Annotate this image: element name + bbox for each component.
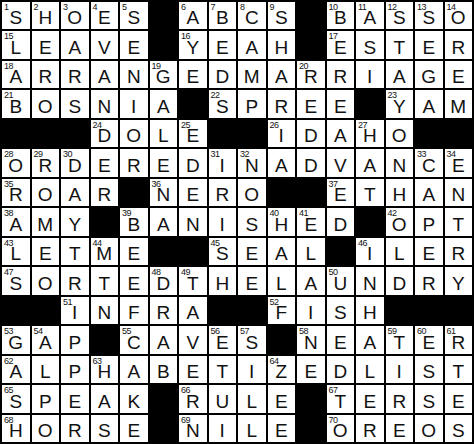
cell-r5c4[interactable]: 24D xyxy=(91,120,119,147)
cell-r1c13[interactable]: 11A xyxy=(356,2,384,29)
cell-r7c7[interactable]: E xyxy=(179,179,207,206)
cell-r8c5[interactable]: 39B xyxy=(120,208,148,235)
cell-r7c13[interactable]: T xyxy=(356,179,384,206)
cell-letter: Y xyxy=(386,97,414,116)
cell-letter: P xyxy=(61,333,89,352)
cell-letter: T xyxy=(445,362,473,381)
cell-r6c10[interactable]: A xyxy=(268,149,296,176)
cell-r2c5[interactable]: E xyxy=(120,31,148,58)
cell-r7c14[interactable]: H xyxy=(386,179,414,206)
cell-letter: V xyxy=(327,156,355,175)
cell-r5c14[interactable]: O xyxy=(386,120,414,147)
cell-r12c5[interactable]: 55C xyxy=(120,326,148,353)
block-cell-r2c11 xyxy=(297,31,325,58)
cell-r6c4[interactable]: E xyxy=(91,149,119,176)
cell-r10c12[interactable]: 50U xyxy=(327,267,355,294)
cell-letter: E xyxy=(415,38,443,57)
cell-r4c1[interactable]: 21B xyxy=(2,90,30,117)
cell-r7c2[interactable]: O xyxy=(32,179,60,206)
cell-r10c15[interactable]: R xyxy=(415,267,443,294)
cell-letter: O xyxy=(32,421,60,440)
cell-letter: S xyxy=(209,97,237,116)
cell-r1c2[interactable]: 2H xyxy=(32,2,60,29)
cell-r15c8[interactable]: I xyxy=(209,415,237,442)
cell-letter: R xyxy=(327,67,355,86)
cell-letter: E xyxy=(327,185,355,204)
cell-letter: T xyxy=(179,274,207,293)
cell-r14c8[interactable]: U xyxy=(209,385,237,412)
cell-r4c12[interactable]: E xyxy=(327,90,355,117)
cell-r11c11[interactable]: I xyxy=(297,297,325,324)
cell-letter: I xyxy=(386,362,414,381)
cell-r2c8[interactable]: E xyxy=(209,31,237,58)
cell-r13c6[interactable]: B xyxy=(150,356,178,383)
cell-letter: A xyxy=(2,67,30,86)
cell-r1c7[interactable]: 6A xyxy=(179,2,207,29)
cell-r10c11[interactable]: A xyxy=(297,267,325,294)
cell-r11c3[interactable]: 51I xyxy=(61,297,89,324)
cell-r8c3[interactable]: Y xyxy=(61,208,89,235)
cell-r2c13[interactable]: S xyxy=(356,31,384,58)
cell-letter: A xyxy=(268,67,296,86)
cell-r6c12[interactable]: V xyxy=(327,149,355,176)
cell-r11c12[interactable]: S xyxy=(327,297,355,324)
cell-r7c12[interactable]: 37E xyxy=(327,179,355,206)
cell-letter: N xyxy=(91,303,119,322)
cell-letter: P xyxy=(61,362,89,381)
cell-r14c9[interactable]: L xyxy=(238,385,266,412)
cell-letter: I xyxy=(209,421,237,440)
cell-r3c10[interactable]: A xyxy=(268,61,296,88)
cell-letter: V xyxy=(91,38,119,57)
cell-r13c5[interactable]: A xyxy=(120,356,148,383)
cell-r1c4[interactable]: 4E xyxy=(91,2,119,29)
cell-r12c1[interactable]: 53G xyxy=(2,326,30,353)
cell-letter: D xyxy=(327,215,355,234)
cell-r15c14[interactable]: E xyxy=(386,415,414,442)
cell-r11c10[interactable]: 52F xyxy=(268,297,296,324)
cell-r8c14[interactable]: 42O xyxy=(386,208,414,235)
cell-r6c1[interactable]: 28O xyxy=(2,149,30,176)
cell-r9c3[interactable]: T xyxy=(61,238,89,265)
cell-r10c1[interactable]: 47S xyxy=(2,267,30,294)
cell-letter: A xyxy=(268,244,296,263)
cell-letter: R xyxy=(2,185,30,204)
cell-letter: S xyxy=(327,303,355,322)
cell-r3c3[interactable]: R xyxy=(61,61,89,88)
cell-r4c5[interactable]: I xyxy=(120,90,148,117)
cell-r4c9[interactable]: P xyxy=(238,90,266,117)
cell-r7c3[interactable]: A xyxy=(61,179,89,206)
block-cell-r15c11 xyxy=(297,415,325,442)
cell-letter: T xyxy=(386,333,414,352)
cell-r2c10[interactable]: H xyxy=(268,31,296,58)
cell-r9c9[interactable]: E xyxy=(238,238,266,265)
cell-r13c12[interactable]: D xyxy=(327,356,355,383)
cell-r1c5[interactable]: 5S xyxy=(120,2,148,29)
cell-letter: E xyxy=(32,244,60,263)
cell-r15c9[interactable]: L xyxy=(238,415,266,442)
cell-r12c14[interactable]: 59T xyxy=(386,326,414,353)
cell-letter: M xyxy=(32,215,60,234)
cell-r15c15[interactable]: O xyxy=(415,415,443,442)
cell-r2c16[interactable]: R xyxy=(445,31,473,58)
cell-r14c15[interactable]: S xyxy=(415,385,443,412)
cell-letter: M xyxy=(91,244,119,263)
cell-r3c14[interactable]: A xyxy=(386,61,414,88)
cell-r13c2[interactable]: L xyxy=(32,356,60,383)
cell-letter: G xyxy=(150,67,178,86)
cell-r8c2[interactable]: M xyxy=(32,208,60,235)
cell-r4c2[interactable]: O xyxy=(32,90,60,117)
cell-r9c14[interactable]: L xyxy=(386,238,414,265)
cell-letter: R xyxy=(91,185,119,204)
cell-r13c14[interactable]: I xyxy=(386,356,414,383)
cell-r14c10[interactable]: E xyxy=(268,385,296,412)
cell-r2c12[interactable]: 17E xyxy=(327,31,355,58)
cell-r14c5[interactable]: K xyxy=(120,385,148,412)
cell-r9c1[interactable]: 43L xyxy=(2,238,30,265)
cell-r4c14[interactable]: 23Y xyxy=(386,90,414,117)
cell-r2c4[interactable]: V xyxy=(91,31,119,58)
cell-r3c7[interactable]: E xyxy=(179,61,207,88)
cell-r13c1[interactable]: 62A xyxy=(2,356,30,383)
block-cell-r2c6 xyxy=(150,31,178,58)
cell-r8c10[interactable]: 40H xyxy=(268,208,296,235)
cell-r13c11[interactable]: E xyxy=(297,356,325,383)
cell-r7c15[interactable]: A xyxy=(415,179,443,206)
cell-r6c16[interactable]: 34E xyxy=(445,149,473,176)
cell-r14c7[interactable]: 66R xyxy=(179,385,207,412)
cell-r13c7[interactable]: E xyxy=(179,356,207,383)
cell-r4c11[interactable]: E xyxy=(297,90,325,117)
cell-letter: R xyxy=(445,38,473,57)
cell-letter: I xyxy=(238,362,266,381)
cell-r8c12[interactable]: D xyxy=(327,208,355,235)
cell-letter: R xyxy=(209,185,237,204)
cell-r3c6[interactable]: 19G xyxy=(150,61,178,88)
cell-r15c1[interactable]: 68H xyxy=(2,415,30,442)
cell-letter: L xyxy=(268,274,296,293)
cell-letter: A xyxy=(179,8,207,27)
cell-r7c16[interactable]: N xyxy=(445,179,473,206)
cell-r13c8[interactable]: T xyxy=(209,356,237,383)
cell-r5c13[interactable]: 27H xyxy=(356,120,384,147)
cell-r7c6[interactable]: 36N xyxy=(150,179,178,206)
cell-r8c8[interactable]: I xyxy=(209,208,237,235)
cell-r10c14[interactable]: D xyxy=(386,267,414,294)
cell-r3c2[interactable]: R xyxy=(32,61,60,88)
cell-r4c6[interactable]: A xyxy=(150,90,178,117)
block-cell-r8c13 xyxy=(356,208,384,235)
cell-r6c14[interactable]: N xyxy=(386,149,414,176)
cell-letter: E xyxy=(179,67,207,86)
cell-r2c15[interactable]: E xyxy=(415,31,443,58)
cell-r15c5[interactable]: E xyxy=(120,415,148,442)
cell-r5c10[interactable]: 26I xyxy=(268,120,296,147)
cell-r11c5[interactable]: F xyxy=(120,297,148,324)
cell-r9c4[interactable]: 44M xyxy=(91,238,119,265)
cell-r10c3[interactable]: R xyxy=(61,267,89,294)
cell-r3c13[interactable]: I xyxy=(356,61,384,88)
cell-letter: B xyxy=(2,97,30,116)
cell-r6c11[interactable]: D xyxy=(297,149,325,176)
cell-letter: T xyxy=(61,244,89,263)
cell-r12c7[interactable]: V xyxy=(179,326,207,353)
cell-r1c12[interactable]: 10B xyxy=(327,2,355,29)
cell-letter: N xyxy=(150,185,178,204)
cell-r3c5[interactable]: N xyxy=(120,61,148,88)
cell-r2c7[interactable]: 16Y xyxy=(179,31,207,58)
cell-r12c15[interactable]: 60E xyxy=(415,326,443,353)
cell-r3c1[interactable]: 18A xyxy=(2,61,30,88)
cell-r10c7[interactable]: 49T xyxy=(179,267,207,294)
cell-r7c1[interactable]: 35R xyxy=(2,179,30,206)
cell-r5c5[interactable]: O xyxy=(120,120,148,147)
cell-letter: N xyxy=(120,67,148,86)
cell-letter: E xyxy=(238,244,266,263)
cell-r15c13[interactable]: R xyxy=(356,415,384,442)
cell-letter: S xyxy=(2,392,30,411)
cell-letter: O xyxy=(61,8,89,27)
cell-letter: E xyxy=(120,38,148,57)
cell-r12c13[interactable]: A xyxy=(356,326,384,353)
cell-r4c4[interactable]: N xyxy=(91,90,119,117)
cell-r2c2[interactable]: E xyxy=(32,31,60,58)
cell-r6c9[interactable]: 32N xyxy=(238,149,266,176)
cell-r6c13[interactable]: A xyxy=(356,149,384,176)
cell-r8c11[interactable]: 41E xyxy=(297,208,325,235)
cell-r12c16[interactable]: 61R xyxy=(445,326,473,353)
cell-r8c7[interactable]: N xyxy=(179,208,207,235)
cell-letter: L xyxy=(2,244,30,263)
cell-r13c4[interactable]: 63H xyxy=(91,356,119,383)
cell-r12c3[interactable]: P xyxy=(61,326,89,353)
cell-r10c2[interactable]: O xyxy=(32,267,60,294)
cell-letter: S xyxy=(356,38,384,57)
cell-letter: O xyxy=(386,215,414,234)
block-cell-r5c8 xyxy=(209,120,237,147)
cell-letter: N xyxy=(238,156,266,175)
cell-r5c12[interactable]: A xyxy=(327,120,355,147)
cell-letter: E xyxy=(179,126,207,145)
block-cell-r1c11 xyxy=(297,2,325,29)
cell-r3c4[interactable]: A xyxy=(91,61,119,88)
cell-r3c9[interactable]: M xyxy=(238,61,266,88)
cell-letter: R xyxy=(356,421,384,440)
cell-letter: E xyxy=(268,392,296,411)
cell-r10c13[interactable]: N xyxy=(356,267,384,294)
cell-r9c5[interactable]: E xyxy=(120,238,148,265)
cell-r2c3[interactable]: A xyxy=(61,31,89,58)
cell-r1c16[interactable]: 14O xyxy=(445,2,473,29)
cell-r12c2[interactable]: 54A xyxy=(32,326,60,353)
cell-r12c9[interactable]: 57S xyxy=(238,326,266,353)
cell-r1c14[interactable]: 12S xyxy=(386,2,414,29)
cell-letter: S xyxy=(268,8,296,27)
cell-r2c1[interactable]: 15L xyxy=(2,31,30,58)
cell-letter: N xyxy=(179,215,207,234)
cell-r6c6[interactable]: E xyxy=(150,149,178,176)
cell-letter: A xyxy=(91,392,119,411)
cell-r2c14[interactable]: T xyxy=(386,31,414,58)
cell-r6c8[interactable]: 31I xyxy=(209,149,237,176)
cell-r13c9[interactable]: I xyxy=(238,356,266,383)
cell-letter: H xyxy=(386,185,414,204)
cell-r10c8[interactable]: H xyxy=(209,267,237,294)
cell-r1c10[interactable]: 9S xyxy=(268,2,296,29)
cell-r15c2[interactable]: O xyxy=(32,415,60,442)
cell-letter: S xyxy=(386,8,414,27)
cell-r5c7[interactable]: 25E xyxy=(179,120,207,147)
block-cell-r7c11 xyxy=(297,179,325,206)
cell-r3c8[interactable]: D xyxy=(209,61,237,88)
cell-r12c6[interactable]: A xyxy=(150,326,178,353)
cell-r8c9[interactable]: S xyxy=(238,208,266,235)
cell-r14c1[interactable]: 65S xyxy=(2,385,30,412)
cell-letter: I xyxy=(356,67,384,86)
cell-letter: T xyxy=(445,215,473,234)
cell-r14c16[interactable]: E xyxy=(445,385,473,412)
cell-letter: C xyxy=(238,8,266,27)
cell-r6c7[interactable]: D xyxy=(179,149,207,176)
cell-r13c10[interactable]: 64Z xyxy=(268,356,296,383)
cell-letter: A xyxy=(61,38,89,57)
cell-r4c15[interactable]: A xyxy=(415,90,443,117)
cell-r4c10[interactable]: R xyxy=(268,90,296,117)
cell-r7c9[interactable]: O xyxy=(238,179,266,206)
cell-letter: H xyxy=(32,8,60,27)
block-cell-r14c11 xyxy=(297,385,325,412)
cell-letter: A xyxy=(150,97,178,116)
cell-r7c4[interactable]: R xyxy=(91,179,119,206)
cell-letter: H xyxy=(91,362,119,381)
cell-r11c13[interactable]: H xyxy=(356,297,384,324)
cell-r3c16[interactable]: E xyxy=(445,61,473,88)
cell-r11c4[interactable]: N xyxy=(91,297,119,324)
cell-r4c16[interactable]: M xyxy=(445,90,473,117)
block-cell-r5c3 xyxy=(61,120,89,147)
cell-r13c3[interactable]: P xyxy=(61,356,89,383)
cell-r8c1[interactable]: 38A xyxy=(2,208,30,235)
cell-r11c7[interactable]: A xyxy=(179,297,207,324)
cell-letter: R xyxy=(179,392,207,411)
cell-r8c15[interactable]: P xyxy=(415,208,443,235)
cell-r12c12[interactable]: E xyxy=(327,326,355,353)
cell-r15c4[interactable]: S xyxy=(91,415,119,442)
cell-r15c3[interactable]: R xyxy=(61,415,89,442)
cell-r3c12[interactable]: R xyxy=(327,61,355,88)
cell-r15c12[interactable]: 70O xyxy=(327,415,355,442)
cell-letter: S xyxy=(415,362,443,381)
cell-letter: O xyxy=(386,126,414,145)
cell-r1c8[interactable]: 7B xyxy=(209,2,237,29)
cell-r1c1[interactable]: 1S xyxy=(2,2,30,29)
cell-r8c6[interactable]: A xyxy=(150,208,178,235)
block-cell-r9c6 xyxy=(150,238,178,265)
block-cell-r15c6 xyxy=(150,415,178,442)
cell-letter: R xyxy=(268,97,296,116)
cell-r8c16[interactable]: T xyxy=(445,208,473,235)
cell-r9c10[interactable]: A xyxy=(268,238,296,265)
cell-letter: E xyxy=(297,97,325,116)
cell-r9c13[interactable]: 46I xyxy=(356,238,384,265)
cell-r9c11[interactable]: L xyxy=(297,238,325,265)
cell-letter: S xyxy=(415,8,443,27)
cell-r10c9[interactable]: E xyxy=(238,267,266,294)
cell-r5c6[interactable]: L xyxy=(150,120,178,147)
cell-r6c15[interactable]: 33C xyxy=(415,149,443,176)
cell-letter: H xyxy=(268,38,296,57)
cell-r14c3[interactable]: E xyxy=(61,385,89,412)
cell-letter: L xyxy=(32,362,60,381)
cell-r10c16[interactable]: Y xyxy=(445,267,473,294)
cell-r14c12[interactable]: 67T xyxy=(327,385,355,412)
cell-letter: E xyxy=(445,392,473,411)
cell-letter: S xyxy=(445,421,473,440)
cell-r10c6[interactable]: 48D xyxy=(150,267,178,294)
cell-r3c15[interactable]: G xyxy=(415,61,443,88)
cell-r3c11[interactable]: 20R xyxy=(297,61,325,88)
cell-r15c16[interactable]: S xyxy=(445,415,473,442)
cell-letter: R xyxy=(32,156,60,175)
cell-r1c15[interactable]: 13S xyxy=(415,2,443,29)
cell-r9c15[interactable]: E xyxy=(415,238,443,265)
cell-letter: E xyxy=(32,38,60,57)
cell-r14c4[interactable]: A xyxy=(91,385,119,412)
cell-letter: A xyxy=(415,185,443,204)
cell-r14c14[interactable]: R xyxy=(386,385,414,412)
cell-r7c8[interactable]: R xyxy=(209,179,237,206)
block-cell-r5c9 xyxy=(238,120,266,147)
cell-r12c11[interactable]: 58N xyxy=(297,326,325,353)
cell-r6c2[interactable]: 29R xyxy=(32,149,60,176)
cell-r10c4[interactable]: T xyxy=(91,267,119,294)
cell-r4c8[interactable]: 22S xyxy=(209,90,237,117)
cell-r13c13[interactable]: L xyxy=(356,356,384,383)
cell-r12c8[interactable]: 56E xyxy=(209,326,237,353)
cell-r13c15[interactable]: S xyxy=(415,356,443,383)
cell-r1c9[interactable]: 8C xyxy=(238,2,266,29)
cell-r10c10[interactable]: L xyxy=(268,267,296,294)
cell-r6c3[interactable]: 30D xyxy=(61,149,89,176)
cell-letter: R xyxy=(61,67,89,86)
cell-letter: L xyxy=(238,421,266,440)
cell-r9c2[interactable]: E xyxy=(32,238,60,265)
cell-letter: N xyxy=(445,185,473,204)
cell-r2c9[interactable]: A xyxy=(238,31,266,58)
cell-r1c3[interactable]: 3O xyxy=(61,2,89,29)
cell-r10c5[interactable]: E xyxy=(120,267,148,294)
cell-r15c10[interactable]: E xyxy=(268,415,296,442)
cell-letter: L xyxy=(297,244,325,263)
cell-r13c16[interactable]: T xyxy=(445,356,473,383)
cell-r4c3[interactable]: S xyxy=(61,90,89,117)
cell-r9c16[interactable]: R xyxy=(445,238,473,265)
cell-r9c8[interactable]: 45S xyxy=(209,238,237,265)
cell-letter: R xyxy=(297,67,325,86)
block-cell-r11c16 xyxy=(445,297,473,324)
cell-r11c6[interactable]: R xyxy=(150,297,178,324)
cell-letter: N xyxy=(297,333,325,352)
cell-r15c7[interactable]: 69N xyxy=(179,415,207,442)
cell-r6c5[interactable]: R xyxy=(120,149,148,176)
cell-r14c13[interactable]: E xyxy=(356,385,384,412)
cell-r14c2[interactable]: P xyxy=(32,385,60,412)
cell-letter: A xyxy=(297,274,325,293)
cell-r5c11[interactable]: D xyxy=(297,120,325,147)
cell-letter: T xyxy=(91,274,119,293)
